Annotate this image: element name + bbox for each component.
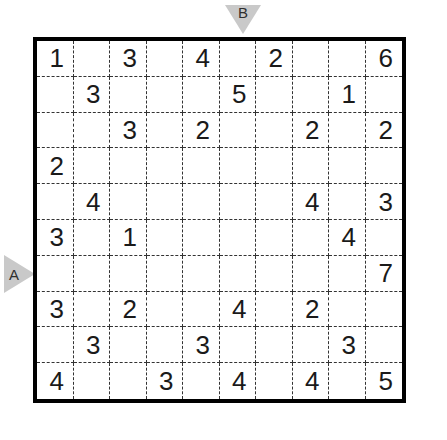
cell-r5c6[interactable] <box>220 184 257 220</box>
clue-number: 1 <box>342 81 356 107</box>
cell-r6c9[interactable]: 4 <box>329 220 366 256</box>
cell-r7c5[interactable] <box>183 256 220 292</box>
clue-number: 4 <box>50 368 64 394</box>
cell-r10c8[interactable]: 4 <box>293 363 330 399</box>
cell-r7c1[interactable] <box>37 256 74 292</box>
cell-r3c6[interactable] <box>220 113 257 149</box>
cell-r1c8[interactable] <box>293 41 330 77</box>
cell-r10c5[interactable] <box>183 363 220 399</box>
clue-number: 4 <box>86 189 100 215</box>
cell-r5c2[interactable]: 4 <box>74 184 111 220</box>
cell-r9c2[interactable]: 3 <box>74 327 111 363</box>
cell-r8c4[interactable] <box>147 292 184 328</box>
cell-r5c7[interactable] <box>256 184 293 220</box>
cell-r5c4[interactable] <box>147 184 184 220</box>
clue-number: 2 <box>305 117 319 143</box>
cell-r4c8[interactable] <box>293 148 330 184</box>
cell-r10c9[interactable] <box>329 363 366 399</box>
marker-b-label: B <box>238 5 248 20</box>
cell-r6c8[interactable] <box>293 220 330 256</box>
clue-number: 3 <box>86 332 100 358</box>
cell-r7c10[interactable]: 7 <box>366 256 403 292</box>
cell-r2c1[interactable] <box>37 77 74 113</box>
clue-number: 5 <box>232 81 246 107</box>
clue-number: 2 <box>305 296 319 322</box>
clue-number: 3 <box>379 189 393 215</box>
cell-r9c7[interactable] <box>256 327 293 363</box>
clue-number: 7 <box>379 260 393 286</box>
cell-r6c3[interactable]: 1 <box>110 220 147 256</box>
cell-r9c10[interactable] <box>366 327 403 363</box>
cell-r1c2[interactable] <box>74 41 111 77</box>
cell-r6c7[interactable] <box>256 220 293 256</box>
cell-r3c8[interactable]: 2 <box>293 113 330 149</box>
cell-r2c5[interactable] <box>183 77 220 113</box>
cell-r9c9[interactable]: 3 <box>329 327 366 363</box>
snake-exit-marker-a: A <box>4 255 35 293</box>
cell-r7c7[interactable] <box>256 256 293 292</box>
cell-r6c1[interactable]: 3 <box>37 220 74 256</box>
cell-r4c3[interactable] <box>110 148 147 184</box>
cell-r7c2[interactable] <box>74 256 111 292</box>
cell-r2c6[interactable]: 5 <box>220 77 257 113</box>
cell-r4c2[interactable] <box>74 148 111 184</box>
puzzle-page: B A 13426351322224433147324233343445 <box>0 0 447 440</box>
cell-r4c5[interactable] <box>183 148 220 184</box>
cell-r3c10[interactable]: 2 <box>366 113 403 149</box>
clue-number: 4 <box>232 296 246 322</box>
cell-r2c7[interactable] <box>256 77 293 113</box>
clue-number: 3 <box>123 117 137 143</box>
clue-number: 4 <box>232 368 246 394</box>
cell-r6c10[interactable] <box>366 220 403 256</box>
cell-r3c5[interactable]: 2 <box>183 113 220 149</box>
clue-number: 4 <box>305 368 319 394</box>
clue-number: 4 <box>196 45 210 71</box>
clue-number: 5 <box>379 368 393 394</box>
clue-number: 2 <box>269 45 283 71</box>
cell-r9c3[interactable] <box>110 327 147 363</box>
cell-r2c4[interactable] <box>147 77 184 113</box>
cell-r3c2[interactable] <box>74 113 111 149</box>
cell-r4c9[interactable] <box>329 148 366 184</box>
cell-r4c6[interactable] <box>220 148 257 184</box>
cell-r3c9[interactable] <box>329 113 366 149</box>
clue-number: 4 <box>342 224 356 250</box>
cell-r1c9[interactable] <box>329 41 366 77</box>
cell-r3c1[interactable] <box>37 113 74 149</box>
cell-r8c5[interactable] <box>183 292 220 328</box>
clue-number: 2 <box>50 153 64 179</box>
cell-r6c2[interactable] <box>74 220 111 256</box>
cell-r9c4[interactable] <box>147 327 184 363</box>
clue-number: 2 <box>196 117 210 143</box>
cell-r8c2[interactable] <box>74 292 111 328</box>
cell-r6c4[interactable] <box>147 220 184 256</box>
cell-r4c10[interactable] <box>366 148 403 184</box>
cell-r4c7[interactable] <box>256 148 293 184</box>
cell-r6c5[interactable] <box>183 220 220 256</box>
cell-r1c3[interactable]: 3 <box>110 41 147 77</box>
cell-r10c6[interactable]: 4 <box>220 363 257 399</box>
cell-r10c1[interactable]: 4 <box>37 363 74 399</box>
clue-number: 3 <box>123 45 137 71</box>
cell-r2c10[interactable] <box>366 77 403 113</box>
cell-r9c5[interactable]: 3 <box>183 327 220 363</box>
clue-number: 2 <box>123 296 137 322</box>
cell-r7c6[interactable] <box>220 256 257 292</box>
snake-entry-marker-b: B <box>225 5 261 34</box>
clue-number: 3 <box>159 368 173 394</box>
cell-r2c9[interactable]: 1 <box>329 77 366 113</box>
cell-r1c6[interactable] <box>220 41 257 77</box>
clue-number: 3 <box>50 296 64 322</box>
cell-r9c1[interactable] <box>37 327 74 363</box>
cell-r1c5[interactable]: 4 <box>183 41 220 77</box>
cell-r5c10[interactable]: 3 <box>366 184 403 220</box>
cell-r10c2[interactable] <box>74 363 111 399</box>
cell-r8c10[interactable] <box>366 292 403 328</box>
cell-r1c10[interactable]: 6 <box>366 41 403 77</box>
cell-r7c9[interactable] <box>329 256 366 292</box>
cell-r8c1[interactable]: 3 <box>37 292 74 328</box>
cell-r4c4[interactable] <box>147 148 184 184</box>
cell-r2c8[interactable] <box>293 77 330 113</box>
clue-number: 3 <box>342 332 356 358</box>
clue-number: 3 <box>86 81 100 107</box>
cell-r3c3[interactable]: 3 <box>110 113 147 149</box>
cell-r2c3[interactable] <box>110 77 147 113</box>
cell-r9c6[interactable] <box>220 327 257 363</box>
clue-number: 2 <box>379 117 393 143</box>
cell-r10c3[interactable] <box>110 363 147 399</box>
cell-r10c4[interactable]: 3 <box>147 363 184 399</box>
clue-number: 1 <box>50 45 64 71</box>
cell-r5c5[interactable] <box>183 184 220 220</box>
cell-r5c1[interactable] <box>37 184 74 220</box>
cell-r7c4[interactable] <box>147 256 184 292</box>
cell-r1c4[interactable] <box>147 41 184 77</box>
clue-number: 4 <box>305 189 319 215</box>
cell-r10c10[interactable]: 5 <box>366 363 403 399</box>
clue-number: 1 <box>123 224 137 250</box>
puzzle-board: 13426351322224433147324233343445 <box>33 37 406 403</box>
cell-r8c9[interactable] <box>329 292 366 328</box>
clue-number: 3 <box>50 224 64 250</box>
clue-number: 6 <box>379 45 393 71</box>
cell-r6c6[interactable] <box>220 220 257 256</box>
cell-r8c8[interactable]: 2 <box>293 292 330 328</box>
cell-r5c8[interactable]: 4 <box>293 184 330 220</box>
cell-r2c2[interactable]: 3 <box>74 77 111 113</box>
cell-r7c8[interactable] <box>293 256 330 292</box>
marker-a-label: A <box>9 267 19 282</box>
cell-r5c9[interactable] <box>329 184 366 220</box>
cell-r8c6[interactable]: 4 <box>220 292 257 328</box>
clue-number: 3 <box>196 332 210 358</box>
cell-r8c3[interactable]: 2 <box>110 292 147 328</box>
cell-r1c1[interactable]: 1 <box>37 41 74 77</box>
cell-r7c3[interactable] <box>110 256 147 292</box>
cell-r3c7[interactable] <box>256 113 293 149</box>
cell-r1c7[interactable]: 2 <box>256 41 293 77</box>
cell-r3c4[interactable] <box>147 113 184 149</box>
cell-r10c7[interactable] <box>256 363 293 399</box>
cell-r4c1[interactable]: 2 <box>37 148 74 184</box>
cell-r8c7[interactable] <box>256 292 293 328</box>
cell-r5c3[interactable] <box>110 184 147 220</box>
cell-r9c8[interactable] <box>293 327 330 363</box>
